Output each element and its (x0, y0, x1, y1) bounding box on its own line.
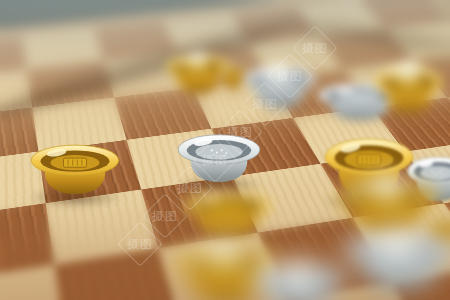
photo-stage: 摄图摄图摄图摄图摄图摄图摄图摄图 (0, 0, 450, 300)
focus-haze-top (0, 0, 450, 140)
focus-haze-bottom (0, 200, 450, 300)
